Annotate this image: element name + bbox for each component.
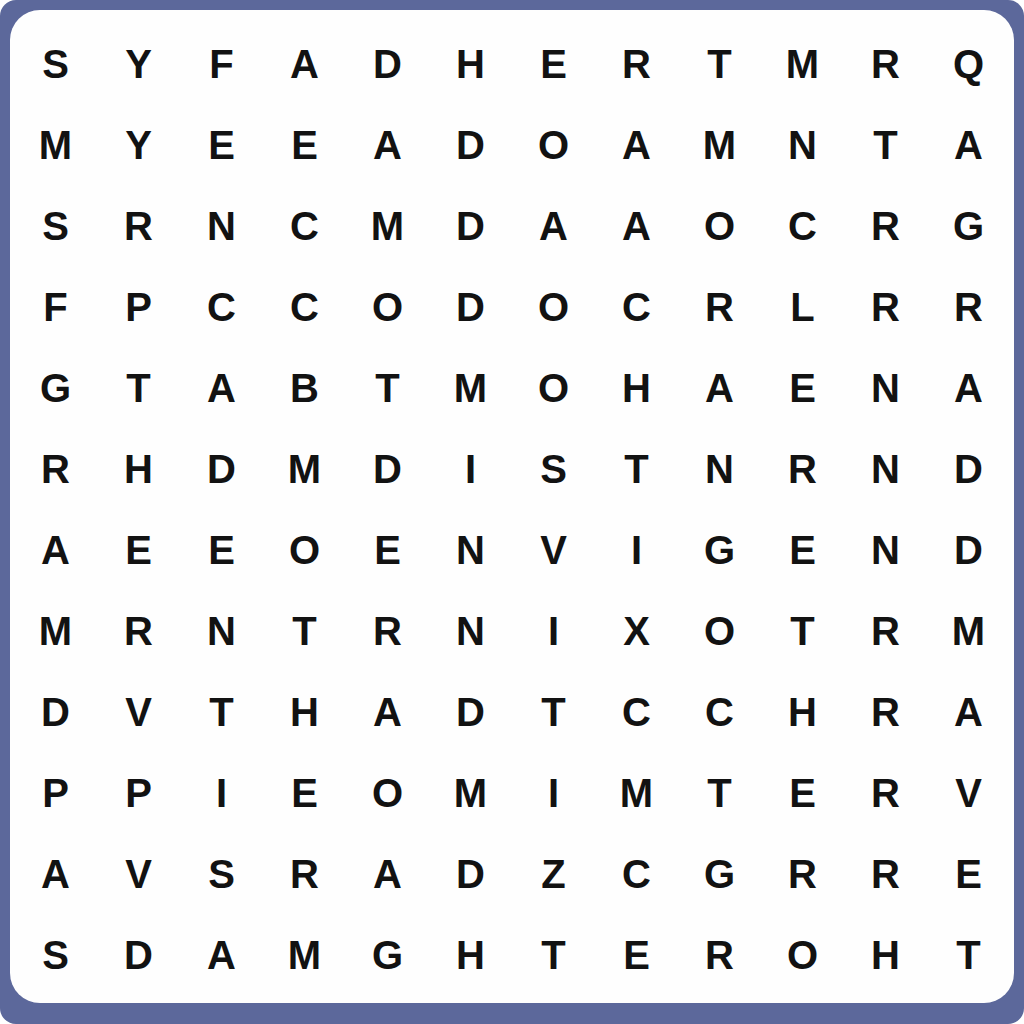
grid-cell-r9c4[interactable]: H (263, 671, 346, 752)
grid-cell-r12c1[interactable]: S (14, 914, 97, 995)
grid-cell-r3c3[interactable]: N (180, 186, 263, 267)
grid-cell-r5c7[interactable]: O (512, 348, 595, 429)
grid-cell-r6c11[interactable]: N (844, 429, 927, 510)
grid-cell-r9c3[interactable]: T (180, 671, 263, 752)
grid-cell-r6c6[interactable]: I (429, 429, 512, 510)
grid-cell-r10c4[interactable]: E (263, 752, 346, 833)
grid-cell-r10c8[interactable]: M (595, 752, 678, 833)
grid-cell-r7c7[interactable]: V (512, 509, 595, 590)
grid-cell-r8c3[interactable]: N (180, 590, 263, 671)
grid-cell-r2c2[interactable]: Y (97, 105, 180, 186)
grid-cell-r7c12[interactable]: D (927, 509, 1010, 590)
grid-cell-r8c7[interactable]: I (512, 590, 595, 671)
grid-cell-r1c1[interactable]: S (14, 24, 97, 105)
grid-cell-r6c2[interactable]: H (97, 429, 180, 510)
grid-cell-r6c8[interactable]: T (595, 429, 678, 510)
grid-cell-r9c10[interactable]: H (761, 671, 844, 752)
grid-cell-r3c6[interactable]: D (429, 186, 512, 267)
grid-cell-r7c1[interactable]: A (14, 509, 97, 590)
grid-cell-r3c11[interactable]: R (844, 186, 927, 267)
grid-cell-r9c5[interactable]: A (346, 671, 429, 752)
grid-cell-r6c4[interactable]: M (263, 429, 346, 510)
grid-cell-r7c3[interactable]: E (180, 509, 263, 590)
grid-cell-r3c4[interactable]: C (263, 186, 346, 267)
grid-cell-r8c12[interactable]: M (927, 590, 1010, 671)
grid-cell-r11c9[interactable]: G (678, 833, 761, 914)
grid-cell-r10c9[interactable]: T (678, 752, 761, 833)
grid-cell-r2c6[interactable]: D (429, 105, 512, 186)
grid-cell-r10c1[interactable]: P (14, 752, 97, 833)
grid-cell-r1c3[interactable]: F (180, 24, 263, 105)
grid-cell-r1c9[interactable]: T (678, 24, 761, 105)
grid-cell-r12c5[interactable]: G (346, 914, 429, 995)
grid-cell-r10c5[interactable]: O (346, 752, 429, 833)
grid-cell-r3c10[interactable]: C (761, 186, 844, 267)
grid-cell-r8c11[interactable]: R (844, 590, 927, 671)
grid-cell-r4c6[interactable]: D (429, 267, 512, 348)
grid-cell-r9c2[interactable]: V (97, 671, 180, 752)
grid-cell-r2c5[interactable]: A (346, 105, 429, 186)
grid-cell-r8c8[interactable]: X (595, 590, 678, 671)
grid-cell-r12c2[interactable]: D (97, 914, 180, 995)
grid-cell-r7c5[interactable]: E (346, 509, 429, 590)
grid-cell-r2c12[interactable]: A (927, 105, 1010, 186)
grid-cell-r5c3[interactable]: A (180, 348, 263, 429)
grid-cell-r3c1[interactable]: S (14, 186, 97, 267)
grid-cell-r6c9[interactable]: N (678, 429, 761, 510)
grid-cell-r4c9[interactable]: R (678, 267, 761, 348)
grid-cell-r12c7[interactable]: T (512, 914, 595, 995)
grid-cell-r11c4[interactable]: R (263, 833, 346, 914)
grid-cell-r4c10[interactable]: L (761, 267, 844, 348)
grid-cell-r7c2[interactable]: E (97, 509, 180, 590)
grid-cell-r5c8[interactable]: H (595, 348, 678, 429)
word-search-grid: SYFADHERTMRQMYEEADOAMNTASRNCMDAAOCRGFPCC… (10, 10, 1014, 1003)
grid-cell-r4c5[interactable]: O (346, 267, 429, 348)
grid-cell-r5c1[interactable]: G (14, 348, 97, 429)
grid-cell-r3c9[interactable]: O (678, 186, 761, 267)
grid-cell-r7c6[interactable]: N (429, 509, 512, 590)
grid-cell-r1c8[interactable]: R (595, 24, 678, 105)
grid-cell-r12c6[interactable]: H (429, 914, 512, 995)
grid-cell-r6c3[interactable]: D (180, 429, 263, 510)
grid-cell-r8c6[interactable]: N (429, 590, 512, 671)
grid-cell-r4c1[interactable]: F (14, 267, 97, 348)
grid-cell-r12c4[interactable]: M (263, 914, 346, 995)
grid-cell-r4c2[interactable]: P (97, 267, 180, 348)
grid-cell-r3c12[interactable]: G (927, 186, 1010, 267)
grid-cell-r10c3[interactable]: I (180, 752, 263, 833)
grid-cell-r12c11[interactable]: H (844, 914, 927, 995)
grid-cell-r4c7[interactable]: O (512, 267, 595, 348)
grid-cell-r6c10[interactable]: R (761, 429, 844, 510)
grid-cell-r1c12[interactable]: Q (927, 24, 1010, 105)
grid-cell-r12c10[interactable]: O (761, 914, 844, 995)
grid-cell-r7c10[interactable]: E (761, 509, 844, 590)
grid-cell-r5c9[interactable]: A (678, 348, 761, 429)
grid-cell-r5c5[interactable]: T (346, 348, 429, 429)
grid-cell-r2c11[interactable]: T (844, 105, 927, 186)
grid-cell-r11c2[interactable]: V (97, 833, 180, 914)
grid-cell-r8c1[interactable]: M (14, 590, 97, 671)
grid-cell-r8c2[interactable]: R (97, 590, 180, 671)
grid-cell-r8c4[interactable]: T (263, 590, 346, 671)
grid-cell-r3c8[interactable]: A (595, 186, 678, 267)
grid-cell-r9c7[interactable]: T (512, 671, 595, 752)
grid-cell-r7c4[interactable]: O (263, 509, 346, 590)
grid-cell-r12c3[interactable]: A (180, 914, 263, 995)
grid-cell-r8c10[interactable]: T (761, 590, 844, 671)
grid-cell-r9c1[interactable]: D (14, 671, 97, 752)
grid-cell-r10c6[interactable]: M (429, 752, 512, 833)
grid-cell-r3c7[interactable]: A (512, 186, 595, 267)
puzzle-panel: SYFADHERTMRQMYEEADOAMNTASRNCMDAAOCRGFPCC… (10, 10, 1014, 1003)
grid-cell-r4c8[interactable]: C (595, 267, 678, 348)
grid-cell-r5c6[interactable]: M (429, 348, 512, 429)
board-frame: SYFADHERTMRQMYEEADOAMNTASRNCMDAAOCRGFPCC… (0, 0, 1024, 1024)
grid-cell-r5c4[interactable]: B (263, 348, 346, 429)
grid-cell-r11c12[interactable]: E (927, 833, 1010, 914)
grid-cell-r6c12[interactable]: D (927, 429, 1010, 510)
grid-cell-r11c11[interactable]: R (844, 833, 927, 914)
grid-cell-r11c3[interactable]: S (180, 833, 263, 914)
grid-cell-r3c5[interactable]: M (346, 186, 429, 267)
grid-cell-r1c11[interactable]: R (844, 24, 927, 105)
grid-cell-r11c7[interactable]: Z (512, 833, 595, 914)
grid-cell-r9c6[interactable]: D (429, 671, 512, 752)
grid-cell-r1c6[interactable]: H (429, 24, 512, 105)
grid-cell-r10c7[interactable]: I (512, 752, 595, 833)
grid-cell-r10c11[interactable]: R (844, 752, 927, 833)
grid-cell-r1c7[interactable]: E (512, 24, 595, 105)
grid-cell-r2c10[interactable]: N (761, 105, 844, 186)
grid-cell-r7c8[interactable]: I (595, 509, 678, 590)
grid-cell-r1c4[interactable]: A (263, 24, 346, 105)
grid-cell-r11c6[interactable]: D (429, 833, 512, 914)
grid-cell-r5c10[interactable]: E (761, 348, 844, 429)
grid-cell-r1c10[interactable]: M (761, 24, 844, 105)
grid-cell-r11c5[interactable]: A (346, 833, 429, 914)
grid-cell-r7c11[interactable]: N (844, 509, 927, 590)
grid-cell-r9c8[interactable]: C (595, 671, 678, 752)
grid-cell-r1c2[interactable]: Y (97, 24, 180, 105)
grid-cell-r10c2[interactable]: P (97, 752, 180, 833)
grid-cell-r10c10[interactable]: E (761, 752, 844, 833)
grid-cell-r2c1[interactable]: M (14, 105, 97, 186)
grid-cell-r1c5[interactable]: D (346, 24, 429, 105)
grid-cell-r2c9[interactable]: M (678, 105, 761, 186)
grid-cell-r7c9[interactable]: G (678, 509, 761, 590)
grid-cell-r2c3[interactable]: E (180, 105, 263, 186)
grid-cell-r2c7[interactable]: O (512, 105, 595, 186)
grid-cell-r2c4[interactable]: E (263, 105, 346, 186)
grid-cell-r2c8[interactable]: A (595, 105, 678, 186)
grid-cell-r10c12[interactable]: V (927, 752, 1010, 833)
grid-cell-r3c2[interactable]: R (97, 186, 180, 267)
grid-cell-r11c10[interactable]: R (761, 833, 844, 914)
grid-cell-r12c9[interactable]: R (678, 914, 761, 995)
grid-cell-r12c12[interactable]: T (927, 914, 1010, 995)
grid-cell-r8c9[interactable]: O (678, 590, 761, 671)
grid-cell-r6c1[interactable]: R (14, 429, 97, 510)
grid-cell-r9c12[interactable]: A (927, 671, 1010, 752)
grid-cell-r4c12[interactable]: R (927, 267, 1010, 348)
grid-cell-r4c3[interactable]: C (180, 267, 263, 348)
grid-cell-r6c5[interactable]: D (346, 429, 429, 510)
grid-cell-r5c11[interactable]: N (844, 348, 927, 429)
grid-cell-r9c9[interactable]: C (678, 671, 761, 752)
grid-cell-r12c8[interactable]: E (595, 914, 678, 995)
grid-cell-r4c11[interactable]: R (844, 267, 927, 348)
grid-cell-r4c4[interactable]: C (263, 267, 346, 348)
grid-cell-r11c8[interactable]: C (595, 833, 678, 914)
grid-cell-r5c12[interactable]: A (927, 348, 1010, 429)
grid-cell-r6c7[interactable]: S (512, 429, 595, 510)
grid-cell-r8c5[interactable]: R (346, 590, 429, 671)
grid-cell-r9c11[interactable]: R (844, 671, 927, 752)
grid-cell-r5c2[interactable]: T (97, 348, 180, 429)
grid-cell-r11c1[interactable]: A (14, 833, 97, 914)
